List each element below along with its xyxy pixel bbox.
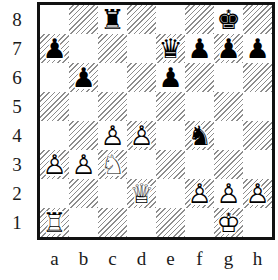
square-g4[interactable]	[214, 121, 243, 150]
piece-outline: ♔	[216, 208, 240, 237]
square-e7[interactable]: ♛	[156, 34, 185, 63]
square-d7[interactable]	[127, 34, 156, 63]
square-a2[interactable]	[40, 179, 69, 208]
square-f6[interactable]	[185, 63, 214, 92]
square-e1[interactable]	[156, 208, 185, 237]
square-h1[interactable]	[243, 208, 272, 237]
file-label-b: b	[69, 243, 98, 275]
piece-white-pawn: ♟︎♙	[40, 150, 69, 179]
piece-white-pawn: ♟︎♙	[185, 179, 214, 208]
square-a4[interactable]	[40, 121, 69, 150]
piece-white-rook: ♜♖	[40, 208, 69, 237]
square-c8[interactable]: ♜	[98, 5, 127, 34]
piece-white-pawn: ♟︎♙	[214, 179, 243, 208]
square-d1[interactable]	[127, 208, 156, 237]
square-g6[interactable]	[214, 63, 243, 92]
piece-glyph: ♚	[216, 5, 240, 34]
square-f1[interactable]	[185, 208, 214, 237]
piece-outline: ♙	[42, 150, 66, 179]
square-d3[interactable]	[127, 150, 156, 179]
square-g3[interactable]	[214, 150, 243, 179]
rank-label-3: 3	[0, 150, 34, 179]
square-b8[interactable]	[69, 5, 98, 34]
square-h8[interactable]	[243, 5, 272, 34]
square-e8[interactable]	[156, 5, 185, 34]
rank-label-5: 5	[0, 92, 34, 121]
piece-glyph: ♟︎	[216, 34, 240, 63]
piece-black-king: ♚	[214, 5, 243, 34]
square-d4[interactable]: ♟︎♙	[127, 121, 156, 150]
square-f5[interactable]	[185, 92, 214, 121]
square-c3[interactable]: ♞♘	[98, 150, 127, 179]
square-c6[interactable]	[98, 63, 127, 92]
piece-black-pawn: ♟︎	[156, 63, 185, 92]
square-h3[interactable]	[243, 150, 272, 179]
square-d6[interactable]	[127, 63, 156, 92]
piece-black-pawn: ♟︎	[185, 34, 214, 63]
piece-outline: ♙	[245, 179, 269, 208]
square-g8[interactable]: ♚	[214, 5, 243, 34]
square-b4[interactable]	[69, 121, 98, 150]
file-label-f: f	[185, 243, 214, 275]
square-h6[interactable]	[243, 63, 272, 92]
square-c4[interactable]: ♟︎♙	[98, 121, 127, 150]
file-label-c: c	[98, 243, 127, 275]
piece-white-pawn: ♟︎♙	[243, 179, 272, 208]
square-c7[interactable]	[98, 34, 127, 63]
file-label-a: a	[40, 243, 69, 275]
square-f4[interactable]: ♞	[185, 121, 214, 150]
square-d2[interactable]: ♛♕	[127, 179, 156, 208]
rank-label-7: 7	[0, 34, 34, 63]
piece-outline: ♙	[100, 121, 124, 150]
square-b5[interactable]	[69, 92, 98, 121]
rank-labels: 87654321	[0, 5, 34, 237]
file-label-d: d	[127, 243, 156, 275]
piece-outline: ♕	[129, 179, 153, 208]
square-d8[interactable]	[127, 5, 156, 34]
piece-black-pawn: ♟︎	[214, 34, 243, 63]
piece-glyph: ♜	[100, 5, 124, 34]
square-h4[interactable]	[243, 121, 272, 150]
piece-glyph: ♟︎	[187, 34, 211, 63]
square-e5[interactable]	[156, 92, 185, 121]
piece-glyph: ♞	[187, 121, 211, 150]
square-b6[interactable]: ♟︎	[69, 63, 98, 92]
chess-board: ♜♚♟︎♛♟︎♟︎♟︎♟︎♟︎♟︎♙♟︎♙♞♟︎♙♟︎♙♞♘♛♕♟︎♙♟︎♙♟︎…	[37, 2, 275, 240]
piece-outline: ♘	[100, 150, 124, 179]
file-label-h: h	[243, 243, 272, 275]
square-c2[interactable]	[98, 179, 127, 208]
piece-black-queen: ♛	[156, 34, 185, 63]
piece-black-pawn: ♟︎	[243, 34, 272, 63]
square-b2[interactable]	[69, 179, 98, 208]
square-b3[interactable]: ♟︎♙	[69, 150, 98, 179]
square-c5[interactable]	[98, 92, 127, 121]
square-c1[interactable]	[98, 208, 127, 237]
square-e6[interactable]: ♟︎	[156, 63, 185, 92]
square-g2[interactable]: ♟︎♙	[214, 179, 243, 208]
piece-outline: ♙	[216, 179, 240, 208]
square-b1[interactable]	[69, 208, 98, 237]
square-f7[interactable]: ♟︎	[185, 34, 214, 63]
piece-white-pawn: ♟︎♙	[127, 121, 156, 150]
square-a1[interactable]: ♜♖	[40, 208, 69, 237]
square-b7[interactable]	[69, 34, 98, 63]
piece-white-pawn: ♟︎♙	[98, 121, 127, 150]
file-label-g: g	[214, 243, 243, 275]
piece-black-rook: ♜	[98, 5, 127, 34]
rank-label-4: 4	[0, 121, 34, 150]
square-h7[interactable]: ♟︎	[243, 34, 272, 63]
piece-glyph: ♛	[158, 34, 182, 63]
file-label-e: e	[156, 243, 185, 275]
piece-black-knight: ♞	[185, 121, 214, 150]
square-a3[interactable]: ♟︎♙	[40, 150, 69, 179]
square-a7[interactable]: ♟︎	[40, 34, 69, 63]
piece-black-pawn: ♟︎	[40, 34, 69, 63]
square-f3[interactable]	[185, 150, 214, 179]
square-g7[interactable]: ♟︎	[214, 34, 243, 63]
piece-outline: ♖	[42, 208, 66, 237]
piece-white-pawn: ♟︎♙	[69, 150, 98, 179]
piece-white-queen: ♛♕	[127, 179, 156, 208]
square-f8[interactable]	[185, 5, 214, 34]
square-h5[interactable]	[243, 92, 272, 121]
square-e2[interactable]	[156, 179, 185, 208]
rank-label-6: 6	[0, 63, 34, 92]
piece-white-king: ♚♔	[214, 208, 243, 237]
square-e4[interactable]	[156, 121, 185, 150]
piece-glyph: ♟︎	[42, 34, 66, 63]
piece-black-pawn: ♟︎	[69, 63, 98, 92]
piece-outline: ♙	[129, 121, 153, 150]
rank-label-8: 8	[0, 5, 34, 34]
piece-glyph: ♟︎	[71, 63, 95, 92]
piece-outline: ♙	[187, 179, 211, 208]
piece-white-knight: ♞♘	[98, 150, 127, 179]
square-f2[interactable]: ♟︎♙	[185, 179, 214, 208]
square-g1[interactable]: ♚♔	[214, 208, 243, 237]
rank-label-2: 2	[0, 179, 34, 208]
square-g5[interactable]	[214, 92, 243, 121]
rank-label-1: 1	[0, 208, 34, 237]
square-a8[interactable]	[40, 5, 69, 34]
square-d5[interactable]	[127, 92, 156, 121]
square-e3[interactable]	[156, 150, 185, 179]
square-a5[interactable]	[40, 92, 69, 121]
piece-glyph: ♟︎	[245, 34, 269, 63]
piece-glyph: ♟︎	[158, 63, 182, 92]
file-labels: abcdefgh	[40, 243, 272, 275]
square-a6[interactable]	[40, 63, 69, 92]
piece-outline: ♙	[71, 150, 95, 179]
square-h2[interactable]: ♟︎♙	[243, 179, 272, 208]
